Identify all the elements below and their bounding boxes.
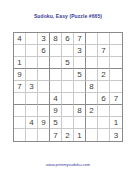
cell-r4c6: 5	[74, 69, 86, 81]
cell-r8c3: 9	[38, 117, 50, 129]
cell-r3c2	[26, 57, 38, 69]
cell-r1c5: 6	[62, 33, 74, 45]
cell-r4c9	[110, 69, 122, 81]
cell-r2c7	[86, 45, 98, 57]
cell-r9c9: 3	[110, 129, 122, 141]
cell-r4c4	[50, 69, 62, 81]
cell-r6c9: 7	[110, 93, 122, 105]
cell-r2c6: 3	[74, 45, 86, 57]
cell-r7c3	[38, 105, 50, 117]
cell-r2c4	[50, 45, 62, 57]
cell-r2c1	[14, 45, 26, 57]
cell-r2c5	[62, 45, 74, 57]
sudoku-print-page: Sudoku, Easy (Puzzle #665) 4386763715952…	[0, 0, 136, 176]
cell-r5c3	[38, 81, 50, 93]
cell-r1c9	[110, 33, 122, 45]
cell-r1c1: 4	[14, 33, 26, 45]
cell-r2c3: 6	[38, 45, 50, 57]
cell-r1c4: 8	[50, 33, 62, 45]
cell-r1c7	[86, 33, 98, 45]
cell-r2c9	[110, 45, 122, 57]
cell-r1c3: 3	[38, 33, 50, 45]
cell-r3c9	[110, 57, 122, 69]
cell-r5c8	[98, 81, 110, 93]
cell-r5c6	[74, 81, 86, 93]
cell-r7c9	[110, 105, 122, 117]
cell-r5c2: 3	[26, 81, 38, 93]
cell-r3c1: 1	[14, 57, 26, 69]
cell-r9c6: 1	[74, 129, 86, 141]
cell-r9c8	[98, 129, 110, 141]
cell-r5c5	[62, 81, 74, 93]
cell-r3c3	[38, 57, 50, 69]
cell-r5c9	[110, 81, 122, 93]
cell-r7c8	[98, 105, 110, 117]
cell-r9c5: 2	[62, 129, 74, 141]
cell-r1c2	[26, 33, 38, 45]
cell-r4c8: 2	[98, 69, 110, 81]
cell-r4c3	[38, 69, 50, 81]
cell-r4c5	[62, 69, 74, 81]
cell-r8c2: 4	[26, 117, 38, 129]
cell-r8c5	[62, 117, 74, 129]
cell-r6c1	[14, 93, 26, 105]
cell-r7c2	[26, 105, 38, 117]
page-title: Sudoku, Easy (Puzzle #665)	[0, 13, 136, 19]
cell-r4c1: 9	[14, 69, 26, 81]
cell-r1c6: 7	[74, 33, 86, 45]
cell-r6c4: 4	[50, 93, 62, 105]
cell-r9c4: 7	[50, 129, 62, 141]
cell-r3c4	[50, 57, 62, 69]
cell-r6c5	[62, 93, 74, 105]
cell-r9c7	[86, 129, 98, 141]
cell-r8c4: 5	[50, 117, 62, 129]
footer-url: www.printmysudoku.com	[0, 162, 136, 167]
cell-r7c1	[14, 105, 26, 117]
cell-r8c6	[74, 117, 86, 129]
cell-r7c6: 8	[74, 105, 86, 117]
cell-r9c3	[38, 129, 50, 141]
cell-r1c8	[98, 33, 110, 45]
cell-r9c1	[14, 129, 26, 141]
cell-r9c2	[26, 129, 38, 141]
cell-r4c7	[86, 69, 98, 81]
cell-r8c9: 1	[110, 117, 122, 129]
cell-r5c4	[50, 81, 62, 93]
cell-r7c4: 9	[50, 105, 62, 117]
cell-r4c2	[26, 69, 38, 81]
cell-r7c7: 2	[86, 105, 98, 117]
cell-r6c2	[26, 93, 38, 105]
cell-r6c3	[38, 93, 50, 105]
cell-r8c7	[86, 117, 98, 129]
cell-r3c7	[86, 57, 98, 69]
cell-r3c6	[74, 57, 86, 69]
cell-r6c6	[74, 93, 86, 105]
cell-r5c1: 7	[14, 81, 26, 93]
cell-r2c2	[26, 45, 38, 57]
cell-r2c8: 7	[98, 45, 110, 57]
cell-r3c8	[98, 57, 110, 69]
cell-r8c1	[14, 117, 26, 129]
cell-r5c7: 8	[86, 81, 98, 93]
cell-r6c7	[86, 93, 98, 105]
cell-r8c8	[98, 117, 110, 129]
sudoku-grid: 438676371595273846798249517213	[13, 32, 123, 142]
cell-r7c5	[62, 105, 74, 117]
cell-r3c5: 5	[62, 57, 74, 69]
cell-r6c8: 6	[98, 93, 110, 105]
